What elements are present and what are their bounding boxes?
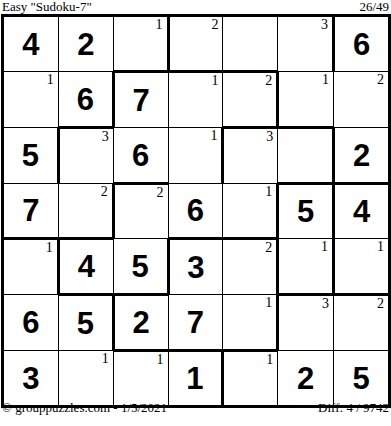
grid-cell-r4c3[interactable]: 2 bbox=[113, 184, 168, 239]
grid-cell-r5c3: 5 bbox=[113, 239, 168, 295]
corner-mark: 1 bbox=[321, 240, 328, 254]
grid-cell-r3c5[interactable]: 3 bbox=[223, 128, 278, 184]
corner-mark: 1 bbox=[156, 18, 163, 32]
grid-cell-r2c1[interactable]: 1 bbox=[3, 72, 59, 128]
grid-row-4: 7226154 bbox=[3, 184, 390, 239]
grid-cell-r7c7: 5 bbox=[334, 351, 390, 407]
grid-cell-r3c7: 2 bbox=[334, 128, 390, 184]
cell-value: 6 bbox=[59, 72, 112, 126]
grid-row-6: 6527132 bbox=[3, 295, 390, 351]
cell-value: 6 bbox=[169, 184, 223, 237]
grid-cell-r3c3: 6 bbox=[113, 128, 168, 184]
grid-cell-r2c4[interactable]: 1 bbox=[168, 72, 223, 128]
corner-mark: 3 bbox=[321, 18, 328, 32]
cell-value: 5 bbox=[334, 351, 388, 405]
grid-cell-r2c3: 7 bbox=[113, 72, 168, 128]
cell-value: 5 bbox=[114, 239, 167, 293]
grid-cell-r1c4[interactable]: 2 bbox=[168, 16, 223, 72]
grid-cell-r1c7: 6 bbox=[334, 16, 390, 72]
cell-value: 7 bbox=[115, 73, 168, 127]
corner-mark: 2 bbox=[377, 73, 384, 87]
grid-cell-r7c5[interactable]: 1 bbox=[223, 351, 278, 407]
grid-row-7: 3111125 bbox=[3, 351, 390, 407]
grid-cell-r1c2: 2 bbox=[58, 16, 113, 72]
corner-mark: 2 bbox=[211, 18, 218, 32]
grid-cell-r7c6: 2 bbox=[278, 351, 334, 407]
grid-cell-r4c1: 7 bbox=[3, 184, 59, 239]
header: Easy "Sudoku-7" 26/49 bbox=[0, 0, 391, 14]
grid-cell-r5c5[interactable]: 2 bbox=[223, 239, 278, 295]
puzzle-title: Easy "Sudoku-7" bbox=[0, 0, 92, 13]
grid-cell-r6c6[interactable]: 3 bbox=[278, 295, 334, 351]
grid-cell-r4c2[interactable]: 2 bbox=[58, 184, 113, 239]
grid-cell-r1c1: 4 bbox=[3, 16, 59, 72]
grid-cell-r2c2: 6 bbox=[58, 72, 113, 128]
difficulty-text: Diff: 4 / 9742 bbox=[318, 400, 391, 415]
cell-value: 5 bbox=[4, 128, 57, 183]
grid-cell-r2c6[interactable]: 1 bbox=[278, 72, 334, 128]
grid-cell-r7c4: 1 bbox=[168, 351, 223, 407]
cell-value: 1 bbox=[169, 352, 222, 405]
corner-mark: 2 bbox=[377, 297, 384, 311]
grid-cell-r7c1: 3 bbox=[3, 351, 59, 407]
corner-mark: 1 bbox=[265, 296, 272, 310]
grid-cell-r6c7[interactable]: 2 bbox=[334, 295, 390, 351]
grid-cell-r7c2[interactable]: 1 bbox=[58, 351, 113, 407]
progress-counter: 26/49 bbox=[359, 0, 391, 13]
cell-value: 2 bbox=[115, 296, 168, 349]
cell-value: 3 bbox=[170, 240, 223, 294]
sudoku-grid: 4212361671212536132722615414532116527132… bbox=[1, 14, 391, 408]
cell-value: 6 bbox=[114, 128, 168, 182]
cell-value: 4 bbox=[4, 17, 58, 71]
cell-value: 6 bbox=[335, 17, 388, 71]
grid-cell-r5c7[interactable]: 1 bbox=[334, 239, 390, 295]
corner-mark: 1 bbox=[377, 240, 384, 254]
grid-cell-r5c4: 3 bbox=[168, 239, 223, 295]
grid-cell-r6c4: 7 bbox=[168, 295, 223, 351]
corner-mark: 3 bbox=[102, 130, 109, 144]
grid-cell-r4c6: 5 bbox=[278, 184, 334, 239]
corner-mark: 2 bbox=[157, 186, 164, 200]
cell-value: 3 bbox=[4, 351, 58, 405]
corner-mark: 1 bbox=[102, 352, 109, 366]
grid-row-2: 1671212 bbox=[3, 72, 390, 128]
corner-mark: 1 bbox=[266, 353, 273, 367]
grid-cell-r2c7[interactable]: 2 bbox=[334, 72, 390, 128]
grid-cell-r6c3: 2 bbox=[113, 295, 168, 351]
cell-value: 6 bbox=[4, 295, 58, 350]
grid-cell-r5c1[interactable]: 1 bbox=[3, 239, 59, 295]
copyright-text: © grouppuzzles.com - 1/5/2021 bbox=[0, 400, 167, 415]
grid-cell-r3c2[interactable]: 3 bbox=[58, 128, 113, 184]
grid-cell-r1c5[interactable] bbox=[223, 16, 278, 72]
grid-cell-r4c5[interactable]: 1 bbox=[223, 184, 278, 239]
cell-value: 4 bbox=[60, 240, 113, 293]
cell-value: 7 bbox=[4, 184, 58, 237]
corner-mark: 3 bbox=[322, 297, 329, 311]
cell-value: 7 bbox=[169, 295, 223, 349]
grid-cell-r7c3[interactable]: 1 bbox=[113, 351, 168, 407]
cell-value: 2 bbox=[278, 351, 333, 405]
cell-value: 4 bbox=[335, 185, 388, 238]
grid-cell-r3c6[interactable] bbox=[278, 128, 334, 184]
grid-cell-r1c6[interactable]: 3 bbox=[278, 16, 334, 72]
grid-cell-r4c4: 6 bbox=[168, 184, 223, 239]
grid-cell-r2c5[interactable]: 2 bbox=[223, 72, 278, 128]
grid-cell-r6c2: 5 bbox=[58, 295, 113, 351]
grid-cell-r6c5[interactable]: 1 bbox=[223, 295, 278, 351]
corner-mark: 1 bbox=[210, 129, 217, 143]
cell-value: 2 bbox=[335, 128, 388, 182]
corner-mark: 2 bbox=[265, 74, 272, 88]
corner-mark: 3 bbox=[266, 130, 273, 144]
corner-mark: 1 bbox=[265, 185, 272, 199]
footer: © grouppuzzles.com - 1/5/2021 Diff: 4 / … bbox=[0, 400, 391, 415]
grid-row-5: 1453211 bbox=[3, 239, 390, 295]
corner-mark: 2 bbox=[265, 241, 272, 255]
grid-cell-r5c2: 4 bbox=[58, 239, 113, 295]
corner-mark: 1 bbox=[211, 74, 218, 88]
corner-mark: 2 bbox=[101, 185, 108, 199]
grid-cell-r4c7: 4 bbox=[334, 184, 390, 239]
grid-cell-r3c4[interactable]: 1 bbox=[168, 128, 223, 184]
corner-mark: 1 bbox=[46, 241, 53, 255]
grid-row-1: 421236 bbox=[3, 16, 390, 72]
corner-mark: 1 bbox=[47, 73, 54, 87]
cell-value: 5 bbox=[279, 185, 332, 238]
corner-mark: 1 bbox=[157, 353, 164, 367]
grid-row-3: 536132 bbox=[3, 128, 390, 184]
grid-cell-r1c3[interactable]: 1 bbox=[113, 16, 168, 72]
cell-value: 5 bbox=[59, 296, 112, 350]
grid-cell-r5c6[interactable]: 1 bbox=[278, 239, 334, 295]
cell-value: 2 bbox=[59, 17, 113, 71]
grid-cell-r6c1: 6 bbox=[3, 295, 59, 351]
grid-cell-r3c1: 5 bbox=[3, 128, 59, 184]
corner-mark: 1 bbox=[322, 73, 329, 87]
